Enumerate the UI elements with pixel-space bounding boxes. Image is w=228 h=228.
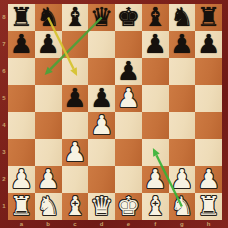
black-pawn-e6[interactable]: ♟ xyxy=(117,58,140,85)
square-g3[interactable] xyxy=(169,139,196,166)
white-rook-a1[interactable]: ♜ xyxy=(10,193,33,220)
white-pawn-a2[interactable]: ♟ xyxy=(10,166,33,193)
black-pawn-g7[interactable]: ♟ xyxy=(170,31,193,58)
rank-label-7: 7 xyxy=(0,31,8,58)
square-a4[interactable] xyxy=(8,112,35,139)
square-c1[interactable]: ♝ xyxy=(62,193,89,220)
square-e3[interactable] xyxy=(115,139,142,166)
square-a3[interactable] xyxy=(8,139,35,166)
square-g8[interactable]: ♞ xyxy=(169,4,196,31)
square-h4[interactable] xyxy=(195,112,222,139)
square-b5[interactable] xyxy=(35,85,62,112)
square-d4[interactable]: ♟ xyxy=(88,112,115,139)
square-f8[interactable]: ♝ xyxy=(142,4,169,31)
square-h7[interactable]: ♟ xyxy=(195,31,222,58)
square-h2[interactable]: ♟ xyxy=(195,166,222,193)
file-label-c: c xyxy=(62,220,89,228)
black-bishop-c8[interactable]: ♝ xyxy=(63,4,86,31)
black-queen-d8[interactable]: ♛ xyxy=(90,4,113,31)
square-b3[interactable] xyxy=(35,139,62,166)
square-b8[interactable]: ♞ xyxy=(35,4,62,31)
square-e4[interactable] xyxy=(115,112,142,139)
chess-board[interactable]: ♜♞♝♛♚♝♞♜♟♟♟♟♟♟♟♟♟♟♟♟♟♟♟♟♜♞♝♛♚♝♞♜ xyxy=(8,4,222,220)
square-f6[interactable] xyxy=(142,58,169,85)
white-rook-h1[interactable]: ♜ xyxy=(197,193,220,220)
rank-label-6: 6 xyxy=(0,58,8,85)
rank-label-4: 4 xyxy=(0,112,8,139)
square-b1[interactable]: ♞ xyxy=(35,193,62,220)
square-g1[interactable]: ♞ xyxy=(169,193,196,220)
black-pawn-b7[interactable]: ♟ xyxy=(36,31,59,58)
black-pawn-c5[interactable]: ♟ xyxy=(63,85,86,112)
file-label-h: h xyxy=(195,220,222,228)
square-g2[interactable]: ♟ xyxy=(169,166,196,193)
square-g7[interactable]: ♟ xyxy=(169,31,196,58)
square-a8[interactable]: ♜ xyxy=(8,4,35,31)
white-pawn-c3[interactable]: ♟ xyxy=(63,139,86,166)
square-d7[interactable] xyxy=(88,31,115,58)
square-d1[interactable]: ♛ xyxy=(88,193,115,220)
square-b6[interactable] xyxy=(35,58,62,85)
square-e5[interactable]: ♟ xyxy=(115,85,142,112)
square-f5[interactable] xyxy=(142,85,169,112)
square-b2[interactable]: ♟ xyxy=(35,166,62,193)
rank-label-3: 3 xyxy=(0,139,8,166)
square-d2[interactable] xyxy=(88,166,115,193)
square-e2[interactable] xyxy=(115,166,142,193)
white-king-e1[interactable]: ♚ xyxy=(117,193,140,220)
square-g5[interactable] xyxy=(169,85,196,112)
black-knight-g8[interactable]: ♞ xyxy=(170,4,193,31)
square-h1[interactable]: ♜ xyxy=(195,193,222,220)
black-rook-h8[interactable]: ♜ xyxy=(197,4,220,31)
rank-label-1: 1 xyxy=(0,193,8,220)
square-g6[interactable] xyxy=(169,58,196,85)
square-a7[interactable]: ♟ xyxy=(8,31,35,58)
square-b7[interactable]: ♟ xyxy=(35,31,62,58)
square-f4[interactable] xyxy=(142,112,169,139)
white-pawn-h2[interactable]: ♟ xyxy=(197,166,220,193)
square-f7[interactable]: ♟ xyxy=(142,31,169,58)
square-h6[interactable] xyxy=(195,58,222,85)
black-rook-a8[interactable]: ♜ xyxy=(10,4,33,31)
square-h3[interactable] xyxy=(195,139,222,166)
rank-label-2: 2 xyxy=(0,166,8,193)
rank-label-5: 5 xyxy=(0,85,8,112)
square-e1[interactable]: ♚ xyxy=(115,193,142,220)
black-knight-b8[interactable]: ♞ xyxy=(36,4,59,31)
square-f3[interactable] xyxy=(142,139,169,166)
square-f2[interactable]: ♟ xyxy=(142,166,169,193)
square-e8[interactable]: ♚ xyxy=(115,4,142,31)
white-pawn-f2[interactable]: ♟ xyxy=(143,166,166,193)
white-pawn-d4[interactable]: ♟ xyxy=(90,112,113,139)
rank-label-8: 8 xyxy=(0,4,8,31)
square-d6[interactable] xyxy=(88,58,115,85)
square-d5[interactable]: ♟ xyxy=(88,85,115,112)
file-label-a: a xyxy=(8,220,35,228)
file-label-d: d xyxy=(88,220,115,228)
black-pawn-a7[interactable]: ♟ xyxy=(10,31,33,58)
white-knight-b1[interactable]: ♞ xyxy=(36,193,59,220)
square-a2[interactable]: ♟ xyxy=(8,166,35,193)
file-label-g: g xyxy=(169,220,196,228)
white-pawn-g2[interactable]: ♟ xyxy=(170,166,193,193)
file-label-e: e xyxy=(115,220,142,228)
square-a5[interactable] xyxy=(8,85,35,112)
black-pawn-d5[interactable]: ♟ xyxy=(90,85,113,112)
file-label-f: f xyxy=(142,220,169,228)
white-bishop-f1[interactable]: ♝ xyxy=(143,193,166,220)
square-f1[interactable]: ♝ xyxy=(142,193,169,220)
square-d3[interactable] xyxy=(88,139,115,166)
black-king-e8[interactable]: ♚ xyxy=(117,4,140,31)
square-h8[interactable]: ♜ xyxy=(195,4,222,31)
square-a1[interactable]: ♜ xyxy=(8,193,35,220)
square-e6[interactable]: ♟ xyxy=(115,58,142,85)
file-label-b: b xyxy=(35,220,62,228)
square-b4[interactable] xyxy=(35,112,62,139)
chess-app: ♜♞♝♛♚♝♞♜♟♟♟♟♟♟♟♟♟♟♟♟♟♟♟♟♜♞♝♛♚♝♞♜ 8765432… xyxy=(0,0,228,228)
square-c4[interactable] xyxy=(62,112,89,139)
white-queen-d1[interactable]: ♛ xyxy=(90,193,113,220)
black-pawn-h7[interactable]: ♟ xyxy=(197,31,220,58)
white-pawn-b2[interactable]: ♟ xyxy=(36,166,59,193)
square-c7[interactable] xyxy=(62,31,89,58)
black-pawn-f7[interactable]: ♟ xyxy=(143,31,166,58)
white-bishop-c1[interactable]: ♝ xyxy=(63,193,86,220)
white-knight-g1[interactable]: ♞ xyxy=(170,193,193,220)
square-e7[interactable] xyxy=(115,31,142,58)
square-c8[interactable]: ♝ xyxy=(62,4,89,31)
square-c2[interactable] xyxy=(62,166,89,193)
square-d8[interactable]: ♛ xyxy=(88,4,115,31)
square-a6[interactable] xyxy=(8,58,35,85)
square-c6[interactable] xyxy=(62,58,89,85)
square-g4[interactable] xyxy=(169,112,196,139)
black-bishop-f8[interactable]: ♝ xyxy=(143,4,166,31)
square-c3[interactable]: ♟ xyxy=(62,139,89,166)
white-pawn-e5[interactable]: ♟ xyxy=(117,85,140,112)
square-c5[interactable]: ♟ xyxy=(62,85,89,112)
square-h5[interactable] xyxy=(195,85,222,112)
